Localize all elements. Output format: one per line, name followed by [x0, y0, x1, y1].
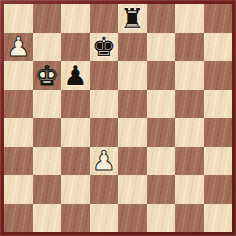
square-d1[interactable] — [90, 204, 119, 233]
square-c1[interactable] — [61, 204, 90, 233]
square-a4[interactable] — [4, 118, 33, 147]
square-f8[interactable] — [147, 4, 176, 33]
square-e1[interactable] — [118, 204, 147, 233]
square-h8[interactable] — [204, 4, 233, 33]
square-g4[interactable] — [175, 118, 204, 147]
white-pawn-d3[interactable]: ♟ — [92, 147, 116, 174]
square-c8[interactable] — [61, 4, 90, 33]
square-e4[interactable] — [118, 118, 147, 147]
square-a6[interactable] — [4, 61, 33, 90]
square-g7[interactable] — [175, 33, 204, 62]
square-e5[interactable] — [118, 90, 147, 119]
black-king-d7[interactable]: ♚ — [92, 33, 116, 60]
square-e7[interactable] — [118, 33, 147, 62]
square-a7[interactable]: ♟ — [4, 33, 33, 62]
white-king-b6[interactable]: ♚ — [35, 62, 59, 89]
square-d7[interactable]: ♚ — [90, 33, 119, 62]
square-c5[interactable] — [61, 90, 90, 119]
square-f3[interactable] — [147, 147, 176, 176]
square-b8[interactable] — [33, 4, 62, 33]
square-f1[interactable] — [147, 204, 176, 233]
square-e2[interactable] — [118, 175, 147, 204]
square-g5[interactable] — [175, 90, 204, 119]
square-c7[interactable] — [61, 33, 90, 62]
square-g3[interactable] — [175, 147, 204, 176]
square-f4[interactable] — [147, 118, 176, 147]
square-a3[interactable] — [4, 147, 33, 176]
square-h1[interactable] — [204, 204, 233, 233]
square-h6[interactable] — [204, 61, 233, 90]
black-pawn-c6[interactable]: ♟ — [63, 62, 87, 89]
square-g1[interactable] — [175, 204, 204, 233]
square-d4[interactable] — [90, 118, 119, 147]
square-b5[interactable] — [33, 90, 62, 119]
square-b4[interactable] — [33, 118, 62, 147]
square-a1[interactable] — [4, 204, 33, 233]
square-b3[interactable] — [33, 147, 62, 176]
white-pawn-a7[interactable]: ♟ — [6, 33, 30, 60]
square-c4[interactable] — [61, 118, 90, 147]
square-f2[interactable] — [147, 175, 176, 204]
square-a8[interactable] — [4, 4, 33, 33]
square-e3[interactable] — [118, 147, 147, 176]
square-g6[interactable] — [175, 61, 204, 90]
square-c6[interactable]: ♟ — [61, 61, 90, 90]
square-b6[interactable]: ♚ — [33, 61, 62, 90]
square-b7[interactable] — [33, 33, 62, 62]
square-f6[interactable] — [147, 61, 176, 90]
square-b1[interactable] — [33, 204, 62, 233]
square-b2[interactable] — [33, 175, 62, 204]
square-a5[interactable] — [4, 90, 33, 119]
chess-board: ♜♟♚♚♟♟ — [4, 4, 232, 232]
chess-board-frame: ♜♟♚♚♟♟ — [0, 0, 236, 236]
square-h2[interactable] — [204, 175, 233, 204]
square-d2[interactable] — [90, 175, 119, 204]
square-g2[interactable] — [175, 175, 204, 204]
square-g8[interactable] — [175, 4, 204, 33]
black-rook-e8[interactable]: ♜ — [120, 5, 144, 32]
square-d3[interactable]: ♟ — [90, 147, 119, 176]
square-e8[interactable]: ♜ — [118, 4, 147, 33]
square-a2[interactable] — [4, 175, 33, 204]
square-e6[interactable] — [118, 61, 147, 90]
square-h3[interactable] — [204, 147, 233, 176]
square-h7[interactable] — [204, 33, 233, 62]
square-d5[interactable] — [90, 90, 119, 119]
square-c2[interactable] — [61, 175, 90, 204]
square-h5[interactable] — [204, 90, 233, 119]
square-c3[interactable] — [61, 147, 90, 176]
square-d6[interactable] — [90, 61, 119, 90]
square-h4[interactable] — [204, 118, 233, 147]
square-f7[interactable] — [147, 33, 176, 62]
square-d8[interactable] — [90, 4, 119, 33]
square-f5[interactable] — [147, 90, 176, 119]
